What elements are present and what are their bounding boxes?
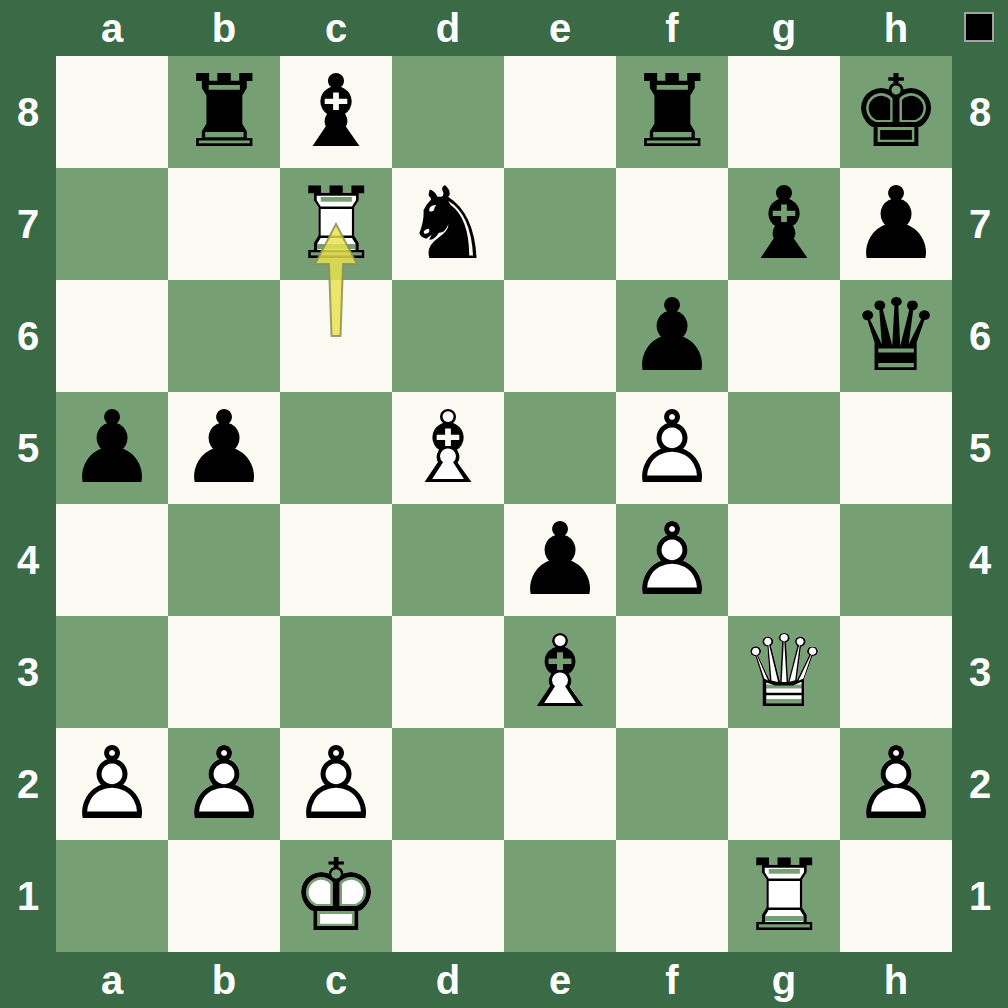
rank-label-8: 8: [0, 56, 56, 168]
square-g8[interactable]: [728, 56, 840, 168]
file-label-d: d: [392, 952, 504, 1008]
square-d5[interactable]: ♝♗: [392, 392, 504, 504]
piece-white-pawn: ♙: [56, 728, 168, 840]
square-g3[interactable]: ♛♕: [728, 616, 840, 728]
square-a3[interactable]: [56, 616, 168, 728]
rank-label-1: 1: [952, 840, 1008, 952]
square-g7[interactable]: ♝: [728, 168, 840, 280]
square-e1[interactable]: [504, 840, 616, 952]
square-c1[interactable]: ♚♔: [280, 840, 392, 952]
square-h6[interactable]: ♛: [840, 280, 952, 392]
square-g5[interactable]: [728, 392, 840, 504]
piece-black-pawn: ♟: [504, 504, 616, 616]
rank-label-2: 2: [952, 728, 1008, 840]
square-d3[interactable]: [392, 616, 504, 728]
square-g2[interactable]: [728, 728, 840, 840]
square-a8[interactable]: [56, 56, 168, 168]
piece-white-queen: ♕: [728, 616, 840, 728]
rank-label-7: 7: [952, 168, 1008, 280]
square-f4[interactable]: ♟♙: [616, 504, 728, 616]
square-g6[interactable]: [728, 280, 840, 392]
file-label-d: d: [392, 0, 504, 56]
piece-black-bishop: ♝: [280, 56, 392, 168]
piece-white-pawn: ♙: [280, 728, 392, 840]
square-d2[interactable]: [392, 728, 504, 840]
rank-label-6: 6: [952, 280, 1008, 392]
rank-label-1: 1: [0, 840, 56, 952]
piece-black-pawn: ♟: [616, 280, 728, 392]
file-label-g: g: [728, 952, 840, 1008]
square-b7[interactable]: [168, 168, 280, 280]
square-e3[interactable]: ♝♗: [504, 616, 616, 728]
square-d6[interactable]: [392, 280, 504, 392]
square-d1[interactable]: [392, 840, 504, 952]
square-f5[interactable]: ♟♙: [616, 392, 728, 504]
square-d8[interactable]: [392, 56, 504, 168]
square-e7[interactable]: [504, 168, 616, 280]
piece-black-queen: ♛: [840, 280, 952, 392]
piece-black-pawn: ♟: [168, 392, 280, 504]
square-a7[interactable]: [56, 168, 168, 280]
piece-white-bishop: ♗: [392, 392, 504, 504]
piece-black-king: ♚: [840, 56, 952, 168]
square-e4[interactable]: ♟: [504, 504, 616, 616]
piece-black-rook: ♜: [168, 56, 280, 168]
square-h3[interactable]: [840, 616, 952, 728]
piece-white-pawn: ♙: [168, 728, 280, 840]
file-label-g: g: [728, 0, 840, 56]
square-a6[interactable]: [56, 280, 168, 392]
piece-black-pawn: ♟: [840, 168, 952, 280]
square-e2[interactable]: [504, 728, 616, 840]
square-g1[interactable]: ♜♖: [728, 840, 840, 952]
turn-indicator-black: [964, 12, 994, 42]
square-g4[interactable]: [728, 504, 840, 616]
square-a1[interactable]: [56, 840, 168, 952]
square-a2[interactable]: ♟♙: [56, 728, 168, 840]
square-c4[interactable]: [280, 504, 392, 616]
square-f3[interactable]: [616, 616, 728, 728]
square-c8[interactable]: ♝: [280, 56, 392, 168]
piece-white-rook: ♖: [728, 840, 840, 952]
rank-label-8: 8: [952, 56, 1008, 168]
rank-label-4: 4: [0, 504, 56, 616]
rank-label-5: 5: [952, 392, 1008, 504]
square-a5[interactable]: ♟: [56, 392, 168, 504]
square-h1[interactable]: [840, 840, 952, 952]
square-b3[interactable]: [168, 616, 280, 728]
square-e5[interactable]: [504, 392, 616, 504]
square-b5[interactable]: ♟: [168, 392, 280, 504]
square-b4[interactable]: [168, 504, 280, 616]
board-frame: abcdefgh abcdefgh 87654321 87654321 ♜♝♜♚…: [0, 0, 1008, 1008]
square-c5[interactable]: [280, 392, 392, 504]
square-h7[interactable]: ♟: [840, 168, 952, 280]
square-h4[interactable]: [840, 504, 952, 616]
rank-label-5: 5: [0, 392, 56, 504]
file-label-f: f: [616, 952, 728, 1008]
piece-black-pawn: ♟: [56, 392, 168, 504]
square-b8[interactable]: ♜: [168, 56, 280, 168]
file-label-a: a: [56, 952, 168, 1008]
square-f2[interactable]: [616, 728, 728, 840]
square-d4[interactable]: [392, 504, 504, 616]
square-f6[interactable]: ♟: [616, 280, 728, 392]
square-c2[interactable]: ♟♙: [280, 728, 392, 840]
rank-label-4: 4: [952, 504, 1008, 616]
square-c6[interactable]: [280, 280, 392, 392]
square-e6[interactable]: [504, 280, 616, 392]
rank-label-3: 3: [0, 616, 56, 728]
piece-black-rook: ♜: [616, 56, 728, 168]
piece-white-king: ♔: [280, 840, 392, 952]
file-label-b: b: [168, 0, 280, 56]
piece-white-rook: ♖: [280, 168, 392, 280]
piece-white-pawn: ♙: [840, 728, 952, 840]
square-b6[interactable]: [168, 280, 280, 392]
rank-label-3: 3: [952, 616, 1008, 728]
piece-white-pawn: ♙: [616, 504, 728, 616]
square-f1[interactable]: [616, 840, 728, 952]
rank-labels-right: 87654321: [952, 56, 1008, 952]
chess-board: ♜♝♜♚♜♖♞♝♟♟♛♟♟♝♗♟♙♟♟♙♝♗♛♕♟♙♟♙♟♙♟♙♚♔♜♖: [56, 56, 952, 952]
file-label-b: b: [168, 952, 280, 1008]
square-f8[interactable]: ♜: [616, 56, 728, 168]
file-labels-top: abcdefgh: [56, 0, 952, 56]
square-b1[interactable]: [168, 840, 280, 952]
square-b2[interactable]: ♟♙: [168, 728, 280, 840]
rank-label-7: 7: [0, 168, 56, 280]
square-a4[interactable]: [56, 504, 168, 616]
file-labels-bottom: abcdefgh: [56, 952, 952, 1008]
file-label-f: f: [616, 0, 728, 56]
piece-black-bishop: ♝: [728, 168, 840, 280]
square-f7[interactable]: [616, 168, 728, 280]
square-c3[interactable]: [280, 616, 392, 728]
file-label-h: h: [840, 0, 952, 56]
piece-white-bishop: ♗: [504, 616, 616, 728]
square-e8[interactable]: [504, 56, 616, 168]
file-label-c: c: [280, 952, 392, 1008]
piece-black-knight: ♞: [392, 168, 504, 280]
square-h2[interactable]: ♟♙: [840, 728, 952, 840]
piece-white-pawn: ♙: [616, 392, 728, 504]
square-d7[interactable]: ♞: [392, 168, 504, 280]
file-label-e: e: [504, 0, 616, 56]
file-label-h: h: [840, 952, 952, 1008]
square-h5[interactable]: [840, 392, 952, 504]
rank-label-2: 2: [0, 728, 56, 840]
file-label-a: a: [56, 0, 168, 56]
file-label-e: e: [504, 952, 616, 1008]
rank-label-6: 6: [0, 280, 56, 392]
rank-labels-left: 87654321: [0, 56, 56, 952]
file-label-c: c: [280, 0, 392, 56]
square-h8[interactable]: ♚: [840, 56, 952, 168]
square-c7[interactable]: ♜♖: [280, 168, 392, 280]
